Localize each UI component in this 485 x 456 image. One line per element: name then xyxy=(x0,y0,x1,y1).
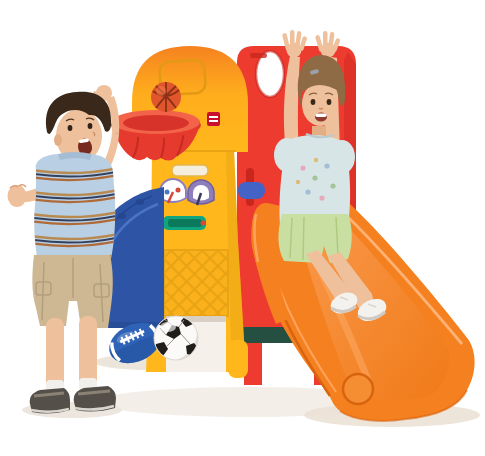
girl-shirt xyxy=(274,134,355,226)
score-dial-right xyxy=(188,180,214,205)
tower-right-leg xyxy=(228,340,248,378)
prize-slot xyxy=(172,165,208,176)
panel-top-slot xyxy=(250,53,267,58)
product-photo xyxy=(0,0,485,456)
platform-handle xyxy=(238,182,265,199)
boy-shirt xyxy=(30,152,118,263)
playset-scene xyxy=(0,0,485,456)
ball-tray xyxy=(163,216,206,230)
step2-logo-sticker xyxy=(207,112,220,126)
goal-lattice xyxy=(164,250,228,316)
basketball xyxy=(151,82,181,112)
slide-end-emboss xyxy=(343,374,373,404)
